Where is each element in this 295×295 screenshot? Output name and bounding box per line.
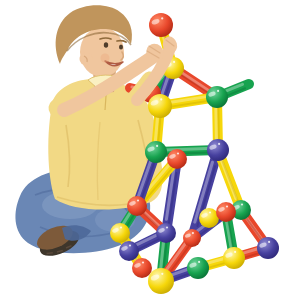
magnet-ball-red <box>167 149 187 169</box>
magnet-ball-purple <box>257 237 279 259</box>
magnet-ball-purple <box>119 241 139 261</box>
magnet-ball-green <box>206 86 228 108</box>
boy-cheek <box>101 54 110 63</box>
boy-eye-left <box>104 42 108 48</box>
magnet-ball-yellow <box>148 268 174 294</box>
boy-figure <box>15 5 162 261</box>
magnet-ball-red <box>216 202 236 222</box>
boy-eye-right <box>119 44 123 49</box>
magnet-ball-red <box>183 229 201 247</box>
boy-ear <box>80 53 93 66</box>
magnet-ball-red <box>127 196 147 216</box>
magnet-ball-yellow <box>148 94 172 118</box>
magnet-ball-green <box>145 141 167 163</box>
screenshot-root <box>0 0 295 295</box>
magnet-ball-yellow <box>110 223 130 243</box>
photo-canvas <box>0 0 295 295</box>
magnet-ball-red <box>132 258 152 278</box>
magnet-ball-red <box>149 13 173 37</box>
magnet-ball-purple <box>207 139 229 161</box>
product-photo <box>0 0 295 295</box>
magnet-ball-green <box>187 257 209 279</box>
magnet-ball-yellow <box>199 208 219 228</box>
magnet-ball-purple <box>156 223 176 243</box>
magnet-ball-yellow <box>223 247 245 269</box>
